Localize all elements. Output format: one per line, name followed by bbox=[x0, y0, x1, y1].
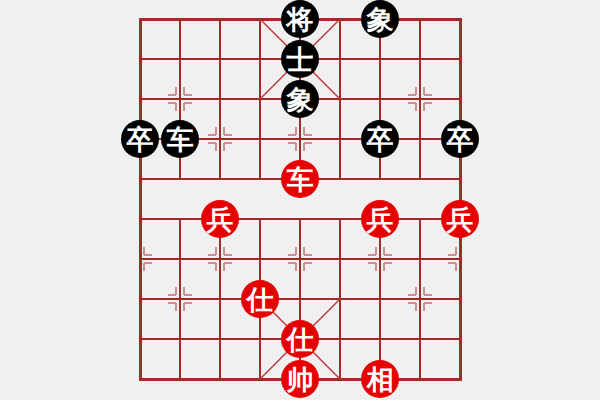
piece-black-elephant[interactable]: 象 bbox=[281, 80, 319, 118]
board-grid: 将象士象卒车卒卒车兵兵兵仕仕帅相 bbox=[120, 0, 480, 399]
piece-red-soldier[interactable]: 兵 bbox=[201, 200, 239, 238]
piece-black-soldier[interactable]: 卒 bbox=[441, 120, 479, 158]
xiangqi-app: 将象士象卒车卒卒车兵兵兵仕仕帅相 bbox=[0, 0, 600, 400]
piece-black-soldier[interactable]: 卒 bbox=[361, 120, 399, 158]
piece-red-soldier[interactable]: 兵 bbox=[361, 200, 399, 238]
piece-red-advisor[interactable]: 仕 bbox=[281, 320, 319, 358]
piece-black-elephant[interactable]: 象 bbox=[361, 0, 399, 38]
piece-red-advisor[interactable]: 仕 bbox=[241, 280, 279, 318]
piece-black-soldier[interactable]: 卒 bbox=[121, 120, 159, 158]
piece-red-general[interactable]: 帅 bbox=[281, 360, 319, 398]
piece-black-chariot[interactable]: 车 bbox=[161, 120, 199, 158]
piece-red-soldier[interactable]: 兵 bbox=[441, 200, 479, 238]
piece-black-general[interactable]: 将 bbox=[281, 0, 319, 38]
piece-black-advisor[interactable]: 士 bbox=[281, 40, 319, 78]
piece-red-elephant[interactable]: 相 bbox=[361, 360, 399, 398]
piece-red-chariot[interactable]: 车 bbox=[281, 160, 319, 198]
